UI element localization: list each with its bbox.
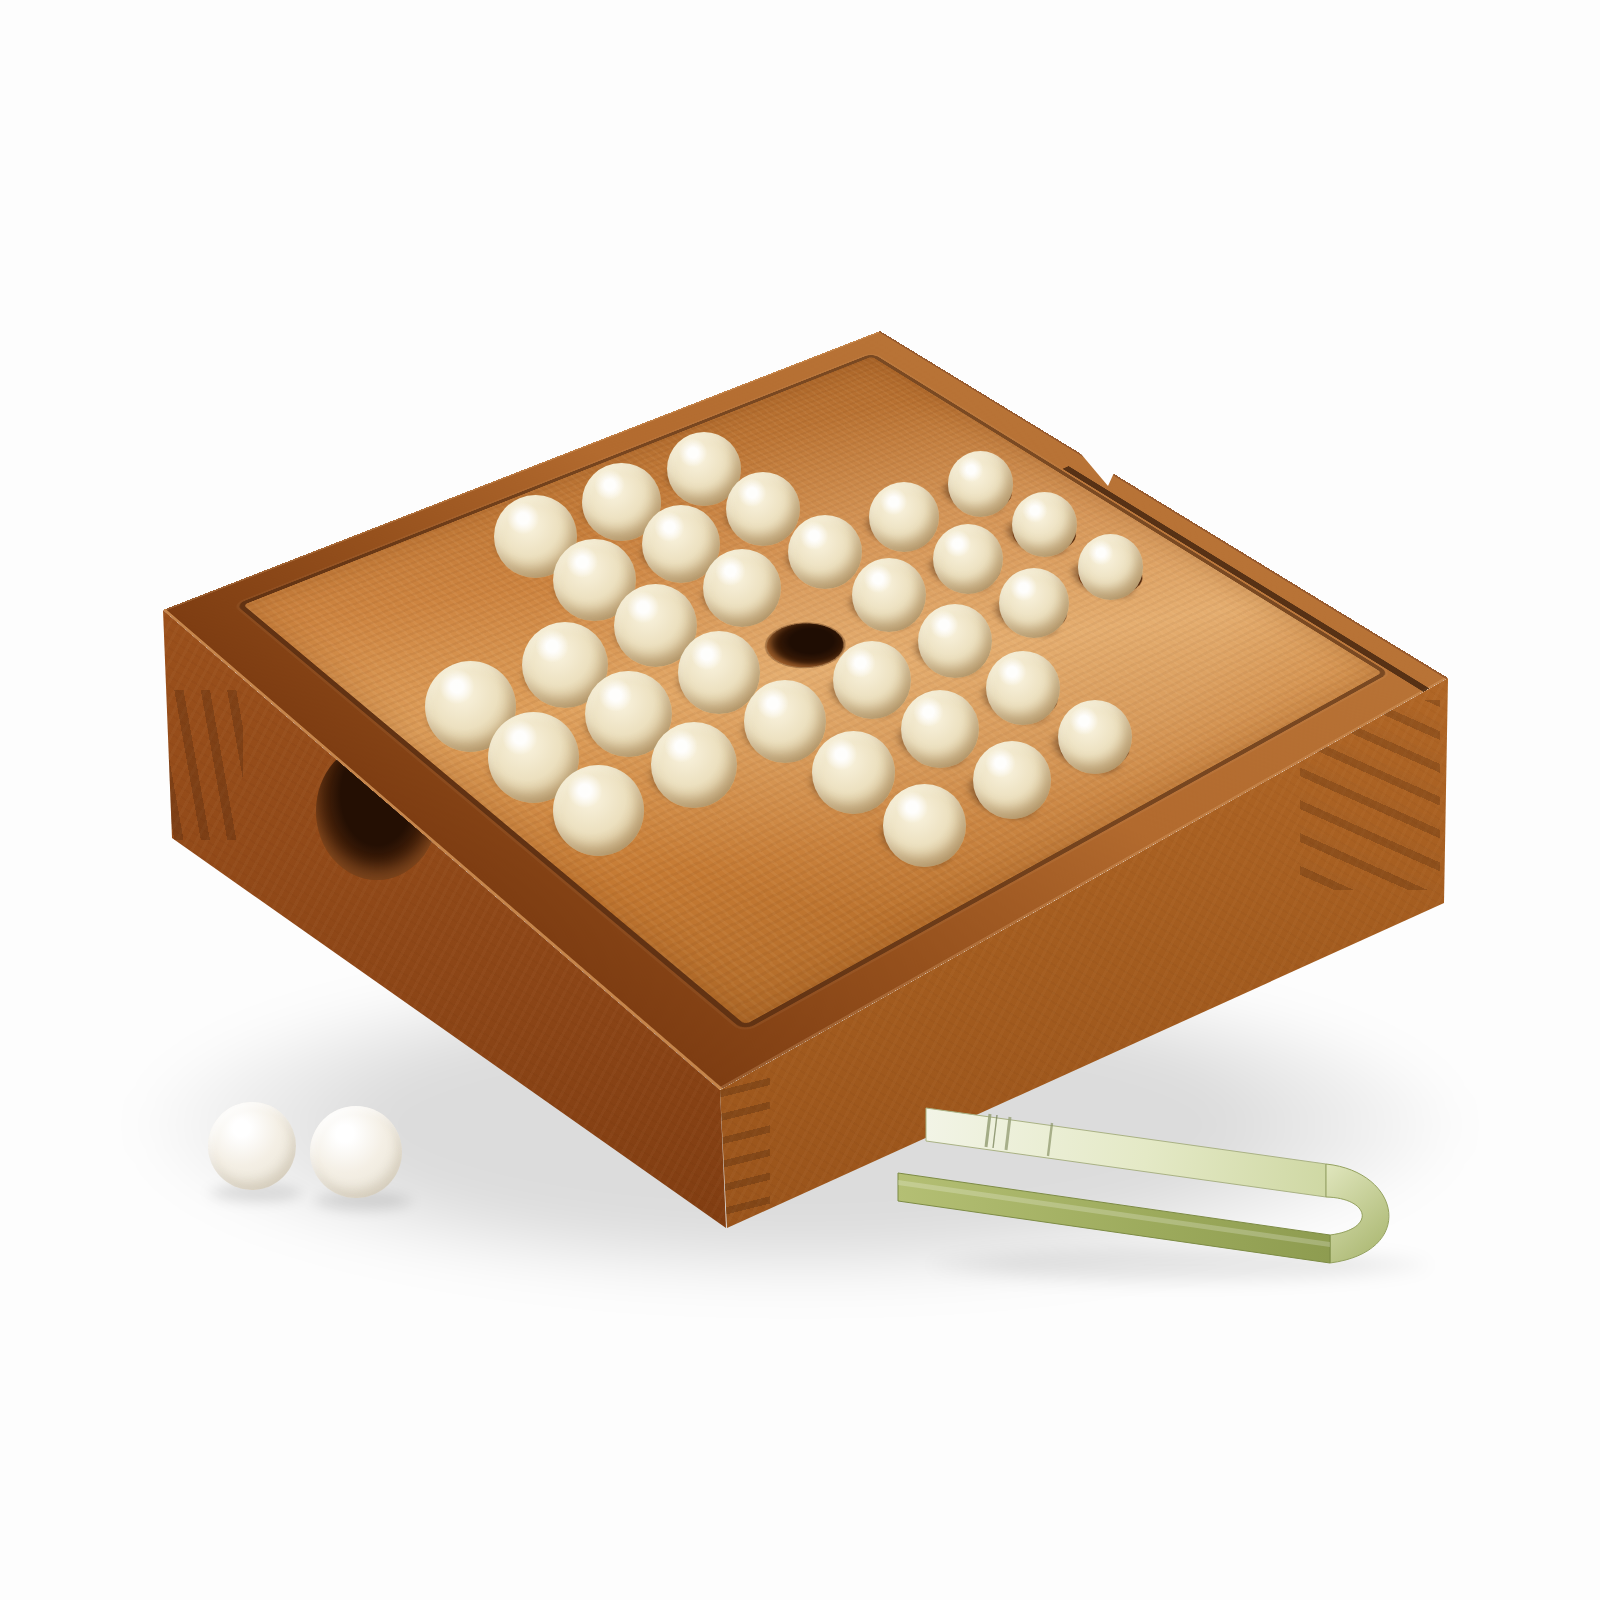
marble-r4c7[interactable] [973,741,1051,819]
marble-r5c6[interactable] [812,731,895,814]
marble-r5c7[interactable] [883,784,966,867]
marble-r3c7[interactable] [1058,700,1132,774]
marble-r3c6[interactable] [986,651,1060,725]
product-photo-scene [0,0,1600,1600]
marble-r2c4[interactable] [933,524,1003,594]
marble-r7c5[interactable] [553,765,644,856]
marble-r4c3[interactable] [703,549,781,627]
tweezers-upper-arm [926,1108,1326,1197]
tweezers[interactable] [0,0,1600,1600]
marble-r1c4[interactable] [1012,492,1078,558]
marble-r2c5[interactable] [999,568,1069,638]
marble-r6c5[interactable] [651,722,738,809]
marble-r4c5[interactable] [833,641,911,719]
marble-r3c4[interactable] [852,558,926,632]
marble-r1c3[interactable] [948,451,1014,517]
marble-r3c3[interactable] [788,515,862,589]
marble-r2c3[interactable] [869,482,939,552]
marble-r3c5[interactable] [918,604,992,678]
marble-r1c5[interactable] [1078,534,1144,600]
marble-r5c5[interactable] [744,680,827,763]
tweezers-bend [1326,1164,1389,1263]
